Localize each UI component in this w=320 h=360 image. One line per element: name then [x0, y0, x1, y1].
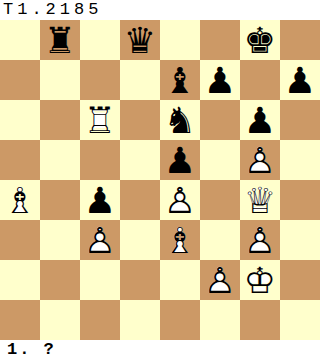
chess-board: ♜♛♚♝♟♟♜♖♞♟♟♟♙♝♗♟♟♙♛♕♟♙♝♗♟♙♟♙♚♔	[0, 20, 320, 340]
square-e5[interactable]: ♟	[160, 140, 200, 180]
square-a1[interactable]	[0, 300, 40, 340]
square-h8[interactable]	[280, 20, 320, 60]
square-b1[interactable]	[40, 300, 80, 340]
square-b7[interactable]	[40, 60, 80, 100]
square-e3[interactable]: ♝♗	[160, 220, 200, 260]
square-h6[interactable]	[280, 100, 320, 140]
pawn-glyph: ♟	[280, 60, 320, 100]
square-f5[interactable]	[200, 140, 240, 180]
piece-white-pawn[interactable]: ♟♙	[240, 140, 280, 180]
square-b6[interactable]	[40, 100, 80, 140]
piece-black-pawn[interactable]: ♟	[280, 60, 320, 100]
square-f3[interactable]	[200, 220, 240, 260]
square-a8[interactable]	[0, 20, 40, 60]
square-f7[interactable]: ♟	[200, 60, 240, 100]
puzzle-id: T1.2185	[0, 0, 320, 20]
square-g5[interactable]: ♟♙	[240, 140, 280, 180]
square-g6[interactable]: ♟	[240, 100, 280, 140]
square-e1[interactable]	[160, 300, 200, 340]
square-g2[interactable]: ♚♔	[240, 260, 280, 300]
piece-black-bishop[interactable]: ♝	[160, 60, 200, 100]
square-a4[interactable]: ♝♗	[0, 180, 40, 220]
square-h1[interactable]	[280, 300, 320, 340]
square-e6[interactable]: ♞	[160, 100, 200, 140]
bishop-outline-glyph: ♗	[160, 220, 200, 260]
piece-black-pawn[interactable]: ♟	[160, 140, 200, 180]
piece-white-bishop[interactable]: ♝♗	[160, 220, 200, 260]
square-g8[interactable]: ♚	[240, 20, 280, 60]
square-d6[interactable]	[120, 100, 160, 140]
square-c6[interactable]: ♜♖	[80, 100, 120, 140]
square-d2[interactable]	[120, 260, 160, 300]
square-d1[interactable]	[120, 300, 160, 340]
piece-black-pawn[interactable]: ♟	[240, 100, 280, 140]
piece-white-pawn[interactable]: ♟♙	[200, 260, 240, 300]
piece-black-rook[interactable]: ♜	[40, 20, 80, 60]
square-e4[interactable]: ♟♙	[160, 180, 200, 220]
square-d4[interactable]	[120, 180, 160, 220]
square-d7[interactable]	[120, 60, 160, 100]
square-f4[interactable]	[200, 180, 240, 220]
square-d3[interactable]	[120, 220, 160, 260]
pawn-outline-glyph: ♙	[200, 260, 240, 300]
square-g7[interactable]	[240, 60, 280, 100]
piece-white-pawn[interactable]: ♟♙	[160, 180, 200, 220]
square-b4[interactable]	[40, 180, 80, 220]
square-g3[interactable]: ♟♙	[240, 220, 280, 260]
move-prompt: 1. ?	[0, 340, 320, 360]
square-a5[interactable]	[0, 140, 40, 180]
square-c5[interactable]	[80, 140, 120, 180]
piece-black-king[interactable]: ♚	[240, 20, 280, 60]
square-h3[interactable]	[280, 220, 320, 260]
square-c7[interactable]	[80, 60, 120, 100]
pawn-glyph: ♟	[200, 60, 240, 100]
square-c4[interactable]: ♟	[80, 180, 120, 220]
square-h7[interactable]: ♟	[280, 60, 320, 100]
piece-black-pawn[interactable]: ♟	[80, 180, 120, 220]
square-e7[interactable]: ♝	[160, 60, 200, 100]
square-c2[interactable]	[80, 260, 120, 300]
piece-white-pawn[interactable]: ♟♙	[240, 220, 280, 260]
square-e8[interactable]	[160, 20, 200, 60]
pawn-outline-glyph: ♙	[80, 220, 120, 260]
pawn-outline-glyph: ♙	[240, 220, 280, 260]
square-c3[interactable]: ♟♙	[80, 220, 120, 260]
pawn-glyph: ♟	[160, 140, 200, 180]
square-f6[interactable]	[200, 100, 240, 140]
square-g1[interactable]	[240, 300, 280, 340]
king-glyph: ♚	[240, 20, 280, 60]
square-a6[interactable]	[0, 100, 40, 140]
square-b2[interactable]	[40, 260, 80, 300]
square-f8[interactable]	[200, 20, 240, 60]
square-c8[interactable]	[80, 20, 120, 60]
square-h4[interactable]	[280, 180, 320, 220]
king-outline-glyph: ♔	[240, 260, 280, 300]
square-a2[interactable]	[0, 260, 40, 300]
piece-white-pawn[interactable]: ♟♙	[80, 220, 120, 260]
square-d8[interactable]: ♛	[120, 20, 160, 60]
square-a7[interactable]	[0, 60, 40, 100]
square-g4[interactable]: ♛♕	[240, 180, 280, 220]
pawn-outline-glyph: ♙	[160, 180, 200, 220]
square-h2[interactable]	[280, 260, 320, 300]
square-d5[interactable]	[120, 140, 160, 180]
pawn-glyph: ♟	[240, 100, 280, 140]
square-a3[interactable]	[0, 220, 40, 260]
square-h5[interactable]	[280, 140, 320, 180]
piece-black-queen[interactable]: ♛	[120, 20, 160, 60]
piece-white-king[interactable]: ♚♔	[240, 260, 280, 300]
square-c1[interactable]	[80, 300, 120, 340]
square-b5[interactable]	[40, 140, 80, 180]
piece-black-pawn[interactable]: ♟	[200, 60, 240, 100]
rook-glyph: ♜	[40, 20, 80, 60]
knight-glyph: ♞	[160, 100, 200, 140]
bishop-glyph: ♝	[160, 60, 200, 100]
square-f2[interactable]: ♟♙	[200, 260, 240, 300]
bishop-outline-glyph: ♗	[0, 180, 40, 220]
square-b8[interactable]: ♜	[40, 20, 80, 60]
piece-white-rook[interactable]: ♜♖	[80, 100, 120, 140]
square-e2[interactable]	[160, 260, 200, 300]
square-b3[interactable]	[40, 220, 80, 260]
queen-glyph: ♛	[120, 20, 160, 60]
chess-puzzle-window: T1.2185 ♜♛♚♝♟♟♜♖♞♟♟♟♙♝♗♟♟♙♛♕♟♙♝♗♟♙♟♙♚♔ 1…	[0, 0, 320, 360]
pawn-outline-glyph: ♙	[240, 140, 280, 180]
piece-white-queen[interactable]: ♛♕	[240, 180, 280, 220]
piece-black-knight[interactable]: ♞	[160, 100, 200, 140]
square-f1[interactable]	[200, 300, 240, 340]
pawn-glyph: ♟	[80, 180, 120, 220]
rook-outline-glyph: ♖	[80, 100, 120, 140]
piece-white-bishop[interactable]: ♝♗	[0, 180, 40, 220]
queen-outline-glyph: ♕	[240, 180, 280, 220]
